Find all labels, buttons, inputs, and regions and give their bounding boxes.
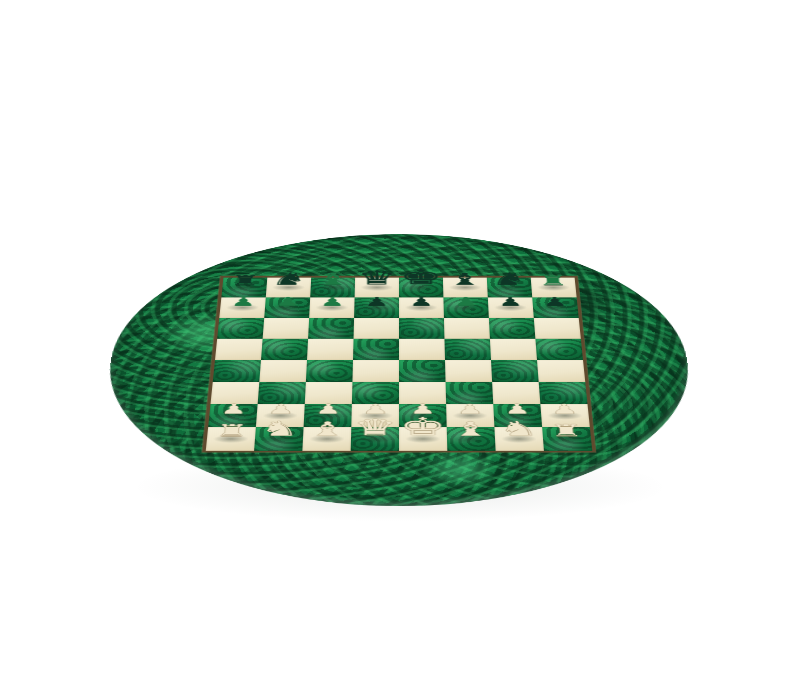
square-g4[interactable] xyxy=(491,360,539,382)
green-pawn-glyph: ♟ xyxy=(453,296,478,308)
green-knight-glyph: ♞ xyxy=(491,270,528,287)
square-e3[interactable] xyxy=(399,382,446,404)
square-c1[interactable] xyxy=(302,427,351,451)
square-h3[interactable] xyxy=(539,382,588,404)
square-d2[interactable] xyxy=(351,404,399,427)
square-a4[interactable] xyxy=(213,360,261,382)
square-d5[interactable] xyxy=(353,339,399,360)
square-d4[interactable] xyxy=(352,360,399,382)
square-d3[interactable] xyxy=(352,382,399,404)
green-pawn-glyph: ♟ xyxy=(230,296,255,308)
square-b1[interactable] xyxy=(254,427,304,451)
square-h2[interactable] xyxy=(540,404,589,427)
square-c4[interactable] xyxy=(306,360,353,382)
square-g3[interactable] xyxy=(492,382,540,404)
product-photo: ♜♞♝♛♚♝♞♜♟♟♟♟♟♟♟♟♟♟♟♟♟♟♟♟♜♞♝♛♚♝♞♜ xyxy=(0,0,796,700)
square-h6[interactable] xyxy=(534,318,581,339)
square-d6[interactable] xyxy=(354,318,399,339)
board-scene: ♜♞♝♛♚♝♞♜♟♟♟♟♟♟♟♟♟♟♟♟♟♟♟♟♜♞♝♛♚♝♞♜ xyxy=(111,72,687,648)
square-c3[interactable] xyxy=(305,382,353,404)
green-knight-glyph: ♞ xyxy=(271,270,308,287)
square-a3[interactable] xyxy=(210,382,259,404)
square-e2[interactable] xyxy=(399,404,447,427)
square-f2[interactable] xyxy=(446,404,494,427)
square-f5[interactable] xyxy=(444,339,491,360)
square-h1[interactable] xyxy=(542,427,592,451)
square-c6[interactable] xyxy=(308,318,354,339)
square-g2[interactable] xyxy=(493,404,542,427)
square-f6[interactable] xyxy=(444,318,490,339)
square-e5[interactable] xyxy=(399,339,445,360)
square-a1[interactable] xyxy=(206,427,256,451)
square-h5[interactable] xyxy=(535,339,583,360)
green-pawn-glyph: ♟ xyxy=(409,296,434,308)
square-c5[interactable] xyxy=(307,339,354,360)
chess-grid xyxy=(202,276,595,452)
square-c2[interactable] xyxy=(304,404,352,427)
square-b2[interactable] xyxy=(256,404,305,427)
green-queen-glyph: ♛ xyxy=(357,268,397,287)
square-g6[interactable] xyxy=(489,318,536,339)
green-pawn-glyph: ♟ xyxy=(320,296,345,308)
square-b6[interactable] xyxy=(263,318,310,339)
green-pawn-glyph: ♟ xyxy=(498,296,523,308)
square-a5[interactable] xyxy=(215,339,263,360)
square-f4[interactable] xyxy=(445,360,492,382)
square-f1[interactable] xyxy=(447,427,496,451)
green-bishop-glyph: ♝ xyxy=(316,271,351,288)
square-e1[interactable] xyxy=(399,427,447,451)
malachite-board-disc: ♜♞♝♛♚♝♞♜♟♟♟♟♟♟♟♟♟♟♟♟♟♟♟♟♜♞♝♛♚♝♞♜ xyxy=(88,234,711,506)
square-b3[interactable] xyxy=(258,382,306,404)
green-pawn-glyph: ♟ xyxy=(542,296,567,308)
square-g1[interactable] xyxy=(494,427,544,451)
square-e4[interactable] xyxy=(399,360,446,382)
green-king-glyph: ♚ xyxy=(399,267,442,288)
green-pawn-glyph: ♟ xyxy=(364,296,389,308)
green-bishop-glyph: ♝ xyxy=(448,271,483,288)
square-b4[interactable] xyxy=(259,360,307,382)
green-rook-glyph: ♜ xyxy=(538,273,568,287)
square-h4[interactable] xyxy=(537,360,585,382)
green-rook-glyph: ♜ xyxy=(230,273,260,287)
green-pawn-glyph: ♟ xyxy=(275,296,300,308)
square-d1[interactable] xyxy=(351,427,399,451)
square-a2[interactable] xyxy=(208,404,257,427)
square-g5[interactable] xyxy=(490,339,537,360)
square-a6[interactable] xyxy=(217,318,264,339)
square-f3[interactable] xyxy=(446,382,494,404)
square-e6[interactable] xyxy=(399,318,444,339)
square-b5[interactable] xyxy=(261,339,308,360)
